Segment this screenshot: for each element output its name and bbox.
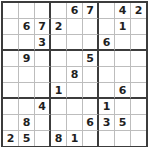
cell-r8c5[interactable] — [67, 115, 83, 131]
board-row-3: 36 — [3, 35, 146, 51]
cell-r7c7[interactable]: 1 — [99, 99, 115, 115]
cell-r4c1[interactable] — [3, 51, 19, 67]
cell-r4c5[interactable] — [67, 51, 83, 67]
cell-r7c9[interactable] — [131, 99, 146, 115]
cell-r2c4[interactable]: 2 — [51, 19, 67, 35]
cell-r9c2[interactable]: 5 — [19, 131, 35, 146]
cell-r3c1[interactable] — [3, 35, 19, 51]
cell-r6c8[interactable]: 6 — [115, 83, 131, 99]
cell-r5c7[interactable] — [99, 67, 115, 83]
cell-r2c7[interactable] — [99, 19, 115, 35]
cell-r6c5[interactable] — [67, 83, 83, 99]
cell-r3c8[interactable] — [115, 35, 131, 51]
cell-r8c4[interactable] — [51, 115, 67, 131]
cell-r2c9[interactable] — [131, 19, 146, 35]
cell-r4c8[interactable] — [115, 51, 131, 67]
cell-r9c9[interactable] — [131, 131, 146, 146]
cell-r4c9[interactable] — [131, 51, 146, 67]
cell-r1c8[interactable]: 4 — [115, 3, 131, 19]
cell-r5c4[interactable] — [51, 67, 67, 83]
board-row-2: 6721 — [3, 19, 146, 35]
cell-r1c1[interactable] — [3, 3, 19, 19]
cell-r5c1[interactable] — [3, 67, 19, 83]
cell-r3c6[interactable] — [83, 35, 99, 51]
board-row-5: 8 — [3, 67, 146, 83]
cell-r8c2[interactable]: 8 — [19, 115, 35, 131]
cell-r9c1[interactable]: 2 — [3, 131, 19, 146]
cell-r5c5[interactable]: 8 — [67, 67, 83, 83]
cell-r9c5[interactable]: 1 — [67, 131, 83, 146]
cell-r6c6[interactable] — [83, 83, 99, 99]
cell-r9c6[interactable] — [83, 131, 99, 146]
cell-r4c7[interactable] — [99, 51, 115, 67]
cell-r9c8[interactable] — [115, 131, 131, 146]
cell-r7c8[interactable] — [115, 99, 131, 115]
board-row-1: 6742 — [3, 3, 146, 19]
board-row-7: 41 — [3, 99, 146, 115]
cell-r7c6[interactable] — [83, 99, 99, 115]
cell-r6c1[interactable] — [3, 83, 19, 99]
cell-r7c5[interactable] — [67, 99, 83, 115]
cell-r1c9[interactable]: 2 — [131, 3, 146, 19]
cell-r6c4[interactable]: 1 — [51, 83, 67, 99]
cell-r6c2[interactable] — [19, 83, 35, 99]
cell-r3c4[interactable] — [51, 35, 67, 51]
cell-r2c1[interactable] — [3, 19, 19, 35]
cell-r6c9[interactable] — [131, 83, 146, 99]
cell-r1c5[interactable]: 6 — [67, 3, 83, 19]
cell-r2c6[interactable] — [83, 19, 99, 35]
cell-r7c3[interactable]: 4 — [35, 99, 51, 115]
cell-r6c7[interactable] — [99, 83, 115, 99]
cell-r7c1[interactable] — [3, 99, 19, 115]
cell-r8c7[interactable]: 3 — [99, 115, 115, 131]
cell-r1c7[interactable] — [99, 3, 115, 19]
board-row-9: 2581 — [3, 131, 146, 146]
cell-r1c6[interactable]: 7 — [83, 3, 99, 19]
cell-r5c2[interactable] — [19, 67, 35, 83]
cell-r8c3[interactable] — [35, 115, 51, 131]
cell-r8c1[interactable] — [3, 115, 19, 131]
cell-r1c3[interactable] — [35, 3, 51, 19]
cell-r5c6[interactable] — [83, 67, 99, 83]
cell-r8c9[interactable] — [131, 115, 146, 131]
cell-r4c3[interactable] — [35, 51, 51, 67]
cell-r5c3[interactable] — [35, 67, 51, 83]
cell-r1c2[interactable] — [19, 3, 35, 19]
cell-r2c3[interactable]: 7 — [35, 19, 51, 35]
cell-r4c4[interactable] — [51, 51, 67, 67]
cell-r4c2[interactable]: 9 — [19, 51, 35, 67]
cell-r9c7[interactable] — [99, 131, 115, 146]
cell-r8c8[interactable]: 5 — [115, 115, 131, 131]
cell-r3c9[interactable] — [131, 35, 146, 51]
cell-r9c4[interactable]: 8 — [51, 131, 67, 146]
cell-r6c3[interactable] — [35, 83, 51, 99]
page: 6742672136958164186352581 — [0, 0, 150, 147]
cell-r3c3[interactable]: 3 — [35, 35, 51, 51]
board-row-6: 16 — [3, 83, 146, 99]
sudoku-board: 6742672136958164186352581 — [1, 1, 148, 147]
cell-r4c6[interactable]: 5 — [83, 51, 99, 67]
cell-r7c2[interactable] — [19, 99, 35, 115]
cell-r3c7[interactable]: 6 — [99, 35, 115, 51]
cell-r5c9[interactable] — [131, 67, 146, 83]
board-row-8: 8635 — [3, 115, 146, 131]
cell-r3c5[interactable] — [67, 35, 83, 51]
cell-r9c3[interactable] — [35, 131, 51, 146]
cell-r2c8[interactable]: 1 — [115, 19, 131, 35]
cell-r7c4[interactable] — [51, 99, 67, 115]
cell-r2c2[interactable]: 6 — [19, 19, 35, 35]
cell-r5c8[interactable] — [115, 67, 131, 83]
cell-r1c4[interactable] — [51, 3, 67, 19]
cell-r3c2[interactable] — [19, 35, 35, 51]
cell-r2c5[interactable] — [67, 19, 83, 35]
board-row-4: 95 — [3, 51, 146, 67]
cell-r8c6[interactable]: 6 — [83, 115, 99, 131]
